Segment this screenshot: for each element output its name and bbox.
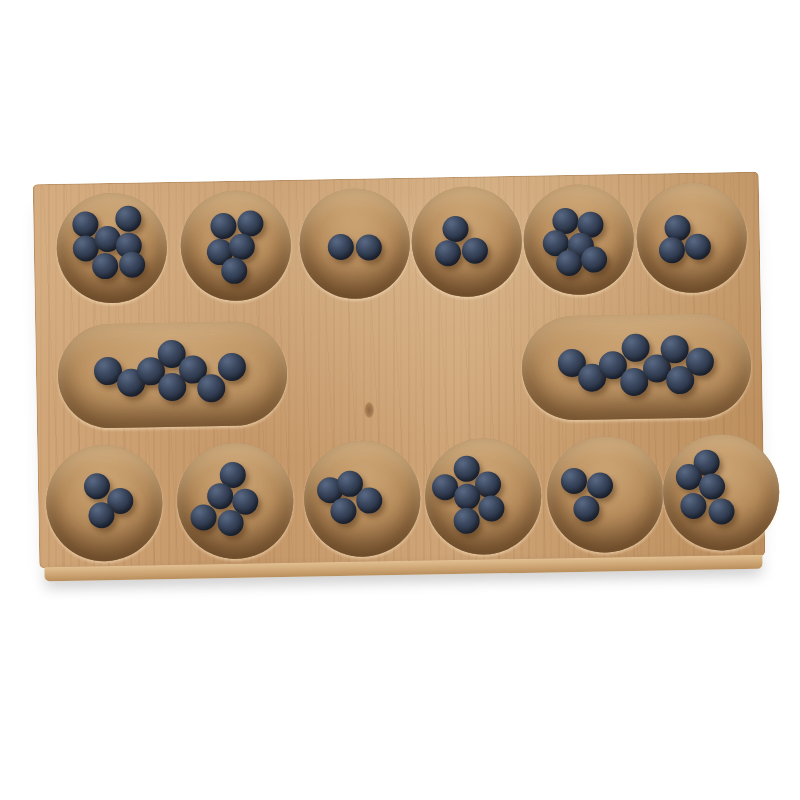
page-background: { "game": "mancala", "board": { "rows": … (0, 0, 800, 800)
store-left[interactable] (57, 321, 288, 429)
stone (72, 211, 98, 237)
pit-top-1[interactable] (56, 192, 168, 304)
stone (461, 237, 487, 263)
pit-top-2[interactable] (180, 190, 292, 302)
stone (574, 495, 600, 521)
pit-bottom-5[interactable] (546, 435, 664, 553)
stone (84, 473, 110, 499)
pit-top-4[interactable] (411, 186, 523, 298)
stone (190, 504, 216, 530)
stone (454, 484, 480, 510)
stone (708, 498, 734, 524)
stone (581, 246, 607, 272)
stone (680, 492, 706, 518)
stone (684, 233, 710, 259)
pit-top-5[interactable] (523, 184, 635, 296)
store-right[interactable] (521, 313, 752, 421)
stone (587, 472, 613, 498)
stone (659, 237, 685, 263)
pit-bottom-6[interactable] (662, 433, 780, 551)
stone (88, 502, 114, 528)
stone (556, 250, 582, 276)
pit-bottom-4[interactable] (424, 438, 542, 556)
stone (356, 235, 382, 261)
stone (435, 240, 461, 266)
stone (221, 258, 247, 284)
pit-top-6[interactable] (636, 182, 748, 294)
stone (218, 510, 244, 536)
stone (686, 347, 714, 375)
stone (478, 495, 504, 521)
stone (197, 374, 225, 402)
stone (228, 234, 254, 260)
stone (675, 463, 701, 489)
stone (331, 497, 357, 523)
stone (660, 335, 688, 363)
stone (217, 352, 245, 380)
stone (327, 234, 353, 260)
stone (119, 251, 145, 277)
stone (560, 468, 586, 494)
pit-top-3[interactable] (299, 188, 411, 300)
pit-bottom-1[interactable] (45, 444, 163, 562)
pit-bottom-2[interactable] (176, 442, 294, 560)
stone (442, 216, 468, 242)
stone (115, 206, 141, 232)
stone (210, 213, 236, 239)
pit-bottom-3[interactable] (303, 440, 421, 558)
mancala-board (33, 172, 766, 569)
stone (453, 508, 479, 534)
stone (621, 334, 649, 362)
board-grid (33, 172, 766, 569)
stone (356, 488, 382, 514)
stone (92, 252, 118, 278)
